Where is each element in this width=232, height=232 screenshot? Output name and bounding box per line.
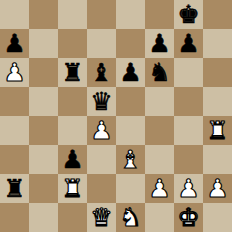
white-pawn[interactable]: ♟ [90,116,112,145]
square-c6[interactable]: ♜ [58,58,87,87]
square-g7[interactable]: ♟ [174,29,203,58]
square-d3[interactable] [87,145,116,174]
square-b1[interactable] [29,203,58,232]
square-d2[interactable] [87,174,116,203]
white-rook[interactable]: ♜ [206,116,228,145]
square-c3[interactable]: ♟ [58,145,87,174]
black-knight[interactable]: ♞ [148,58,170,87]
square-b4[interactable] [29,116,58,145]
square-d1[interactable]: ♛ [87,203,116,232]
square-g4[interactable] [174,116,203,145]
square-c1[interactable] [58,203,87,232]
square-c8[interactable] [58,0,87,29]
square-f3[interactable] [145,145,174,174]
square-d6[interactable]: ♝ [87,58,116,87]
black-pawn[interactable]: ♟ [3,29,25,58]
square-h3[interactable] [203,145,232,174]
square-b7[interactable] [29,29,58,58]
square-c7[interactable] [58,29,87,58]
square-h8[interactable] [203,0,232,29]
square-d7[interactable] [87,29,116,58]
square-a8[interactable] [0,0,29,29]
black-queen[interactable]: ♛ [90,87,112,116]
black-pawn[interactable]: ♟ [148,29,170,58]
square-h1[interactable] [203,203,232,232]
square-h5[interactable] [203,87,232,116]
white-king[interactable]: ♚ [177,203,199,232]
square-e8[interactable] [116,0,145,29]
square-e3[interactable]: ♝ [116,145,145,174]
square-a4[interactable] [0,116,29,145]
square-f8[interactable] [145,0,174,29]
white-queen[interactable]: ♛ [90,203,112,232]
square-f5[interactable] [145,87,174,116]
white-rook[interactable]: ♜ [61,174,83,203]
square-f6[interactable]: ♞ [145,58,174,87]
black-rook[interactable]: ♜ [61,58,83,87]
black-pawn[interactable]: ♟ [119,58,141,87]
square-d8[interactable] [87,0,116,29]
square-h4[interactable]: ♜ [203,116,232,145]
square-a7[interactable]: ♟ [0,29,29,58]
square-d4[interactable]: ♟ [87,116,116,145]
square-f7[interactable]: ♟ [145,29,174,58]
square-g8[interactable]: ♚ [174,0,203,29]
square-e5[interactable] [116,87,145,116]
square-h7[interactable] [203,29,232,58]
square-c4[interactable] [58,116,87,145]
chess-board: ♚♟♟♟♟♜♝♟♞♛♟♜♟♝♜♜♟♟♟♛♞♚ [0,0,232,232]
square-h2[interactable]: ♟ [203,174,232,203]
square-a1[interactable] [0,203,29,232]
square-e4[interactable] [116,116,145,145]
black-rook[interactable]: ♜ [3,174,25,203]
square-a3[interactable] [0,145,29,174]
white-pawn[interactable]: ♟ [177,174,199,203]
square-b2[interactable] [29,174,58,203]
square-g2[interactable]: ♟ [174,174,203,203]
square-f1[interactable] [145,203,174,232]
square-g3[interactable] [174,145,203,174]
square-b8[interactable] [29,0,58,29]
square-e6[interactable]: ♟ [116,58,145,87]
square-c2[interactable]: ♜ [58,174,87,203]
square-g6[interactable] [174,58,203,87]
black-bishop[interactable]: ♝ [90,58,112,87]
square-b3[interactable] [29,145,58,174]
square-h6[interactable] [203,58,232,87]
square-d5[interactable]: ♛ [87,87,116,116]
square-e7[interactable] [116,29,145,58]
square-a5[interactable] [0,87,29,116]
square-c5[interactable] [58,87,87,116]
white-pawn[interactable]: ♟ [148,174,170,203]
square-a6[interactable]: ♟ [0,58,29,87]
white-knight[interactable]: ♞ [119,203,141,232]
square-e2[interactable] [116,174,145,203]
white-pawn[interactable]: ♟ [3,58,25,87]
white-pawn[interactable]: ♟ [206,174,228,203]
white-bishop[interactable]: ♝ [119,145,141,174]
square-f2[interactable]: ♟ [145,174,174,203]
square-b6[interactable] [29,58,58,87]
black-pawn[interactable]: ♟ [61,145,83,174]
square-g1[interactable]: ♚ [174,203,203,232]
square-a2[interactable]: ♜ [0,174,29,203]
black-king[interactable]: ♚ [177,0,199,29]
square-b5[interactable] [29,87,58,116]
black-pawn[interactable]: ♟ [177,29,199,58]
square-g5[interactable] [174,87,203,116]
square-e1[interactable]: ♞ [116,203,145,232]
square-f4[interactable] [145,116,174,145]
